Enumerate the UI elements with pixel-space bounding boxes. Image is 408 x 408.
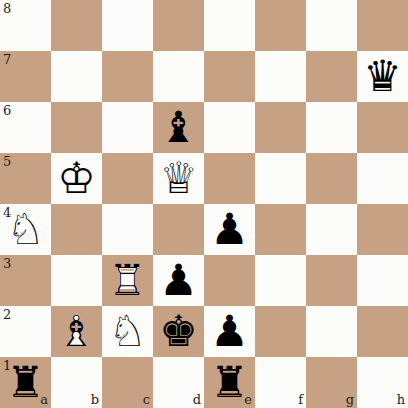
square-a2[interactable]: 2 (0, 306, 51, 357)
square-f8[interactable] (255, 0, 306, 51)
square-f7[interactable] (255, 51, 306, 102)
black-rook-piece[interactable]: ♜ (0, 357, 51, 408)
square-e3[interactable] (204, 255, 255, 306)
square-g6[interactable] (306, 102, 357, 153)
square-c1[interactable]: c (102, 357, 153, 408)
square-e1[interactable]: e♜ (204, 357, 255, 408)
chess-board: 87♛6♝5♚♔♛♕4♞♘♟3♜♖♟2♝♗♞♘♚♟1a♜bcde♜fgh (0, 0, 408, 408)
rank-label-5: 5 (3, 154, 11, 169)
black-queen-glyph: ♛ (363, 55, 402, 98)
white-rook-glyph: ♖ (108, 259, 147, 302)
black-bishop-glyph: ♝ (159, 106, 198, 149)
white-knight-glyph: ♘ (108, 310, 147, 353)
black-rook-glyph: ♜ (210, 361, 249, 404)
black-pawn-piece[interactable]: ♟ (204, 306, 255, 357)
white-knight-piece[interactable]: ♞♘ (0, 204, 51, 255)
square-d8[interactable] (153, 0, 204, 51)
square-d6[interactable]: ♝ (153, 102, 204, 153)
black-pawn-piece[interactable]: ♟ (204, 204, 255, 255)
square-c7[interactable] (102, 51, 153, 102)
white-queen-piece[interactable]: ♛♕ (153, 153, 204, 204)
square-h3[interactable] (357, 255, 408, 306)
square-e4[interactable]: ♟ (204, 204, 255, 255)
black-pawn-piece[interactable]: ♟ (153, 255, 204, 306)
white-knight-piece[interactable]: ♞♘ (102, 306, 153, 357)
square-g8[interactable] (306, 0, 357, 51)
square-f5[interactable] (255, 153, 306, 204)
white-bishop-piece[interactable]: ♝♗ (51, 306, 102, 357)
square-c5[interactable] (102, 153, 153, 204)
square-e8[interactable] (204, 0, 255, 51)
square-e5[interactable] (204, 153, 255, 204)
square-h4[interactable] (357, 204, 408, 255)
square-b2[interactable]: ♝♗ (51, 306, 102, 357)
square-b8[interactable] (51, 0, 102, 51)
rank-label-7: 7 (3, 52, 11, 67)
file-label-h: h (397, 393, 405, 407)
square-h6[interactable] (357, 102, 408, 153)
black-king-glyph: ♚ (159, 310, 198, 353)
white-rook-piece[interactable]: ♜♖ (102, 255, 153, 306)
square-a8[interactable]: 8 (0, 0, 51, 51)
square-c2[interactable]: ♞♘ (102, 306, 153, 357)
square-c8[interactable] (102, 0, 153, 51)
square-d1[interactable]: d (153, 357, 204, 408)
square-a4[interactable]: 4♞♘ (0, 204, 51, 255)
square-g3[interactable] (306, 255, 357, 306)
square-b3[interactable] (51, 255, 102, 306)
black-pawn-glyph: ♟ (210, 310, 249, 353)
square-g5[interactable] (306, 153, 357, 204)
white-king-glyph: ♔ (57, 157, 96, 200)
white-bishop-glyph: ♗ (57, 310, 96, 353)
file-label-c: c (143, 393, 150, 407)
black-pawn-glyph: ♟ (159, 259, 198, 302)
black-rook-glyph: ♜ (6, 361, 45, 404)
square-e7[interactable] (204, 51, 255, 102)
white-knight-glyph: ♘ (6, 208, 45, 251)
square-b7[interactable] (51, 51, 102, 102)
black-pawn-glyph: ♟ (210, 208, 249, 251)
white-queen-glyph: ♕ (159, 157, 198, 200)
square-f2[interactable] (255, 306, 306, 357)
square-d5[interactable]: ♛♕ (153, 153, 204, 204)
square-f1[interactable]: f (255, 357, 306, 408)
square-h7[interactable]: ♛ (357, 51, 408, 102)
square-f6[interactable] (255, 102, 306, 153)
rank-label-3: 3 (3, 256, 11, 271)
square-b5[interactable]: ♚♔ (51, 153, 102, 204)
square-g7[interactable] (306, 51, 357, 102)
square-f3[interactable] (255, 255, 306, 306)
square-b1[interactable]: b (51, 357, 102, 408)
square-h8[interactable] (357, 0, 408, 51)
black-queen-piece[interactable]: ♛ (357, 51, 408, 102)
square-d7[interactable] (153, 51, 204, 102)
black-bishop-piece[interactable]: ♝ (153, 102, 204, 153)
square-b6[interactable] (51, 102, 102, 153)
square-d4[interactable] (153, 204, 204, 255)
rank-label-8: 8 (3, 1, 11, 16)
square-d3[interactable]: ♟ (153, 255, 204, 306)
square-c6[interactable] (102, 102, 153, 153)
file-label-b: b (91, 393, 99, 407)
white-king-piece[interactable]: ♚♔ (51, 153, 102, 204)
square-a5[interactable]: 5 (0, 153, 51, 204)
square-a7[interactable]: 7 (0, 51, 51, 102)
file-label-d: d (193, 393, 201, 407)
square-g1[interactable]: g (306, 357, 357, 408)
square-e2[interactable]: ♟ (204, 306, 255, 357)
rank-label-2: 2 (3, 307, 11, 322)
square-e6[interactable] (204, 102, 255, 153)
file-label-f: f (298, 393, 303, 407)
square-d2[interactable]: ♚ (153, 306, 204, 357)
square-b4[interactable] (51, 204, 102, 255)
square-h5[interactable] (357, 153, 408, 204)
square-a6[interactable]: 6 (0, 102, 51, 153)
square-h2[interactable] (357, 306, 408, 357)
square-a1[interactable]: 1a♜ (0, 357, 51, 408)
black-king-piece[interactable]: ♚ (153, 306, 204, 357)
square-f4[interactable] (255, 204, 306, 255)
square-g2[interactable] (306, 306, 357, 357)
file-label-g: g (346, 393, 354, 407)
square-h1[interactable]: h (357, 357, 408, 408)
square-g4[interactable] (306, 204, 357, 255)
square-a3[interactable]: 3 (0, 255, 51, 306)
square-c3[interactable]: ♜♖ (102, 255, 153, 306)
square-c4[interactable] (102, 204, 153, 255)
black-rook-piece[interactable]: ♜ (204, 357, 255, 408)
rank-label-6: 6 (3, 103, 11, 118)
